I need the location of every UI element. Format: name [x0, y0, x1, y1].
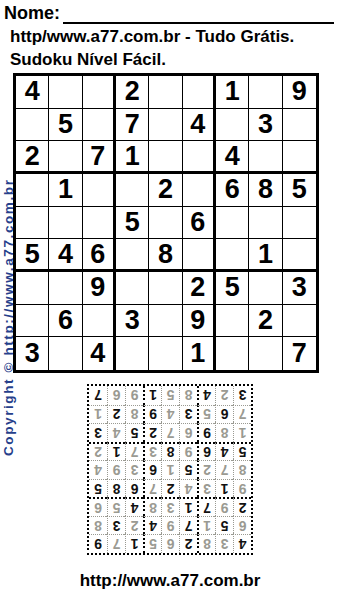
puzzle-cell-r6c3: 6: [83, 239, 116, 272]
puzzle-cell-r5c6: 6: [183, 207, 216, 240]
puzzle-cell-r8c4: 3: [116, 305, 149, 338]
puzzle-cell-r4c6[interactable]: [183, 174, 216, 207]
solution-cell-r6c1: 5: [233, 442, 251, 461]
solution-cell-r2c6: 4: [143, 516, 161, 535]
solution-cell-r5c2: 7: [215, 460, 233, 479]
solution-cell-r2c1: 6: [233, 516, 251, 535]
puzzle-cell-r4c8: 8: [249, 174, 282, 207]
puzzle-cell-r4c5: 2: [149, 174, 182, 207]
puzzle-cell-r9c5[interactable]: [149, 337, 182, 370]
puzzle-cell-r9c9: 7: [283, 337, 316, 370]
puzzle-cell-r1c4: 2: [116, 76, 149, 109]
puzzle-cell-r6c8: 1: [249, 239, 282, 272]
puzzle-cell-r6c5: 8: [149, 239, 182, 272]
solution-cell-r8c4: 3: [179, 405, 197, 424]
solution-cell-r7c1: 1: [233, 423, 251, 442]
solution-cell-r9c8: 6: [107, 386, 125, 405]
solution-cell-r6c2: 4: [215, 442, 233, 461]
puzzle-cell-r5c8[interactable]: [249, 207, 282, 240]
name-row: Nome:: [4, 3, 334, 24]
solution-cell-r8c8: 2: [107, 405, 125, 424]
solution-cell-r4c1: 9: [233, 479, 251, 498]
solution-cell-r8c1: 7: [233, 405, 251, 424]
puzzle-cell-r3c5[interactable]: [149, 141, 182, 174]
puzzle-cell-r7c9: 3: [283, 272, 316, 305]
puzzle-cell-r3c8[interactable]: [249, 141, 282, 174]
solution-cell-r4c4: 4: [179, 479, 197, 498]
puzzle-cell-r5c7[interactable]: [216, 207, 249, 240]
solution-cell-r4c3: 3: [197, 479, 215, 498]
solution-cell-r4c2: 1: [215, 479, 233, 498]
puzzle-cell-r8c3[interactable]: [83, 305, 116, 338]
puzzle-cell-r2c4: 7: [116, 109, 149, 142]
puzzle-cell-r3c3: 7: [83, 141, 116, 174]
puzzle-cell-r2c9[interactable]: [283, 109, 316, 142]
solution-cell-r7c4: 6: [179, 423, 197, 442]
solution-cell-r1c1: 4: [233, 534, 251, 553]
puzzle-cell-r8c2: 6: [49, 305, 82, 338]
solution-cell-r3c7: 4: [125, 497, 143, 516]
puzzle-cell-r9c7[interactable]: [216, 337, 249, 370]
puzzle-cell-r8c6: 9: [183, 305, 216, 338]
puzzle-cell-r4c7: 6: [216, 174, 249, 207]
solution-cell-r6c3: 6: [197, 442, 215, 461]
puzzle-cell-r2c1[interactable]: [16, 109, 49, 142]
solution-cell-r9c7: 9: [125, 386, 143, 405]
puzzle-cell-r2c8: 3: [249, 109, 282, 142]
solution-cell-r9c2: 2: [215, 386, 233, 405]
solution-cell-r4c5: 2: [161, 479, 179, 498]
puzzle-cell-r5c3[interactable]: [83, 207, 116, 240]
solution-cell-r5c4: 5: [179, 460, 197, 479]
solution-cell-r5c3: 2: [197, 460, 215, 479]
puzzle-cell-r2c2: 5: [49, 109, 82, 142]
solution-cell-r8c2: 6: [215, 405, 233, 424]
puzzle-cell-r7c4[interactable]: [116, 272, 149, 305]
solution-cell-r5c8: 9: [107, 460, 125, 479]
puzzle-cell-r3c1: 2: [16, 141, 49, 174]
puzzle-cell-r7c2[interactable]: [49, 272, 82, 305]
puzzle-cell-r3c9[interactable]: [283, 141, 316, 174]
puzzle-cell-r7c3: 9: [83, 272, 116, 305]
solution-cell-r7c5: 7: [161, 423, 179, 442]
puzzle-cell-r7c8[interactable]: [249, 272, 282, 305]
solution-cell-r5c7: 3: [125, 460, 143, 479]
solution-cell-r8c7: 8: [125, 405, 143, 424]
solution-cell-r1c4: 2: [179, 534, 197, 553]
solution-cell-r9c1: 3: [233, 386, 251, 405]
solution-cell-r8c3: 5: [197, 405, 215, 424]
solution-cell-r7c8: 4: [107, 423, 125, 442]
solution-cell-r4c6: 7: [143, 479, 161, 498]
puzzle-cell-r8c7[interactable]: [216, 305, 249, 338]
puzzle-cell-r4c3[interactable]: [83, 174, 116, 207]
puzzle-cell-r3c2[interactable]: [49, 141, 82, 174]
puzzle-cell-r4c2: 1: [49, 174, 82, 207]
solution-grid: 4382651796517942382971384569134276858725…: [87, 384, 253, 555]
puzzle-cell-r9c2[interactable]: [49, 337, 82, 370]
solution-cell-r5c1: 8: [233, 460, 251, 479]
puzzle-cell-r1c3[interactable]: [83, 76, 116, 109]
puzzle-cell-r9c1: 3: [16, 337, 49, 370]
solution-cell-r6c6: 3: [143, 442, 161, 461]
solution-cell-r7c7: 5: [125, 423, 143, 442]
puzzle-cell-r5c2[interactable]: [49, 207, 82, 240]
solution-cell-r9c6: 1: [143, 386, 161, 405]
solution-cell-r9c4: 8: [179, 386, 197, 405]
puzzle-cell-r5c4: 5: [116, 207, 149, 240]
solution-cell-r5c5: 1: [161, 460, 179, 479]
puzzle-cell-r6c7[interactable]: [216, 239, 249, 272]
puzzle-cell-r7c7: 5: [216, 272, 249, 305]
puzzle-cell-r6c9[interactable]: [283, 239, 316, 272]
puzzle-cell-r9c6: 1: [183, 337, 216, 370]
puzzle-cell-r4c4[interactable]: [116, 174, 149, 207]
solution-cell-r1c6: 5: [143, 534, 161, 553]
name-blank-line: [63, 5, 334, 24]
solution-cell-r6c9: 2: [89, 442, 107, 461]
solution-cell-r2c3: 1: [197, 516, 215, 535]
puzzle-cell-r6c2: 4: [49, 239, 82, 272]
solution-cell-r6c7: 7: [125, 442, 143, 461]
puzzle-cell-r9c4[interactable]: [116, 337, 149, 370]
solution-cell-r8c9: 1: [89, 405, 107, 424]
puzzle-cell-r9c3: 4: [83, 337, 116, 370]
puzzle-cell-r3c7: 4: [216, 141, 249, 174]
solution-cell-r1c3: 8: [197, 534, 215, 553]
solution-cell-r3c2: 9: [215, 497, 233, 516]
solution-cell-r7c2: 8: [215, 423, 233, 442]
footer-url: http://www.a77.com.br: [0, 571, 340, 591]
solution-cell-r2c9: 8: [89, 516, 107, 535]
solution-cell-r4c8: 8: [107, 479, 125, 498]
puzzle-cell-r4c9: 5: [283, 174, 316, 207]
puzzle-cell-r8c1[interactable]: [16, 305, 49, 338]
solution-cell-r3c8: 5: [107, 497, 125, 516]
puzzle-cell-r1c7: 1: [216, 76, 249, 109]
solution-cell-r3c1: 2: [233, 497, 251, 516]
site-tagline: http/www.a77.com.br - Tudo Grátis.: [10, 27, 294, 47]
solution-cell-r6c4: 9: [179, 442, 197, 461]
solution-cell-r5c6: 6: [143, 460, 161, 479]
solution-cell-r8c5: 4: [161, 405, 179, 424]
solution-cell-r7c9: 3: [89, 423, 107, 442]
solution-cell-r6c8: 1: [107, 442, 125, 461]
puzzle-cell-r8c5[interactable]: [149, 305, 182, 338]
puzzle-cell-r8c8: 2: [249, 305, 282, 338]
puzzle-cell-r1c2[interactable]: [49, 76, 82, 109]
solution-cell-r7c3: 9: [197, 423, 215, 442]
puzzle-cell-r1c8[interactable]: [249, 76, 282, 109]
puzzle-cell-r9c8[interactable]: [249, 337, 282, 370]
solution-cell-r3c9: 6: [89, 497, 107, 516]
solution-cell-r2c5: 9: [161, 516, 179, 535]
solution-cell-r5c9: 4: [89, 460, 107, 479]
puzzle-cell-r3c6[interactable]: [183, 141, 216, 174]
puzzle-cell-r2c6: 4: [183, 109, 216, 142]
puzzle-cell-r6c6[interactable]: [183, 239, 216, 272]
solution-cell-r1c8: 7: [107, 534, 125, 553]
solution-cell-r3c5: 3: [161, 497, 179, 516]
puzzle-cell-r6c1: 5: [16, 239, 49, 272]
solution-cell-r2c4: 7: [179, 516, 197, 535]
puzzle-cell-r7c5[interactable]: [149, 272, 182, 305]
solution-cell-r8c6: 9: [143, 405, 161, 424]
solution-cell-r9c9: 7: [89, 386, 107, 405]
puzzle-grid: 421957432714126855654681925363923417: [13, 73, 319, 373]
solution-cell-r1c9: 9: [89, 534, 107, 553]
puzzle-cell-r4c1[interactable]: [16, 174, 49, 207]
solution-cell-r4c7: 6: [125, 479, 143, 498]
solution-cell-r6c5: 8: [161, 442, 179, 461]
puzzle-cell-r8c9[interactable]: [283, 305, 316, 338]
puzzle-cell-r1c1: 4: [16, 76, 49, 109]
solution-cell-r2c7: 2: [125, 516, 143, 535]
solution-cell-r9c3: 4: [197, 386, 215, 405]
puzzle-cell-r5c1[interactable]: [16, 207, 49, 240]
solution-cell-r9c5: 5: [161, 386, 179, 405]
solution-cell-r7c6: 2: [143, 423, 161, 442]
puzzle-cell-r7c6: 2: [183, 272, 216, 305]
puzzle-cell-r1c9: 9: [283, 76, 316, 109]
solution-cell-r1c2: 3: [215, 534, 233, 553]
puzzle-cell-r2c3[interactable]: [83, 109, 116, 142]
puzzle-cell-r3c4: 1: [116, 141, 149, 174]
puzzle-cell-r1c6[interactable]: [183, 76, 216, 109]
solution-cell-r2c8: 3: [107, 516, 125, 535]
solution-cell-r1c7: 1: [125, 534, 143, 553]
solution-cell-r1c5: 6: [161, 534, 179, 553]
solution-cell-r2c2: 5: [215, 516, 233, 535]
puzzle-cell-r2c5[interactable]: [149, 109, 182, 142]
puzzle-cell-r6c4[interactable]: [116, 239, 149, 272]
name-label: Nome:: [4, 3, 60, 24]
solution-cell-r3c4: 1: [179, 497, 197, 516]
page-title: Sudoku Nível Fácil.: [10, 50, 166, 70]
solution-cell-r4c9: 5: [89, 479, 107, 498]
puzzle-cell-r7c1[interactable]: [16, 272, 49, 305]
puzzle-cell-r1c5[interactable]: [149, 76, 182, 109]
solution-cell-r3c6: 8: [143, 497, 161, 516]
puzzle-cell-r5c5[interactable]: [149, 207, 182, 240]
puzzle-cell-r2c7[interactable]: [216, 109, 249, 142]
printable-page: Nome: http/www.a77.com.br - Tudo Grátis.…: [0, 0, 340, 596]
puzzle-cell-r5c9[interactable]: [283, 207, 316, 240]
solution-cell-r3c3: 7: [197, 497, 215, 516]
